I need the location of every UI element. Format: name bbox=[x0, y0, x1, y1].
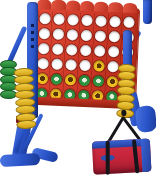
ring-stack-green-left bbox=[0, 61, 15, 99]
bag-strap-knot bbox=[121, 110, 126, 116]
empty-hole bbox=[65, 27, 80, 43]
board-scallop bbox=[51, 0, 66, 10]
empty-hole bbox=[79, 28, 94, 44]
empty-hole bbox=[107, 29, 122, 45]
empty-hole bbox=[65, 12, 80, 28]
empty-hole bbox=[93, 13, 108, 29]
green-disc bbox=[49, 71, 64, 87]
empty-hole bbox=[77, 58, 92, 74]
empty-hole bbox=[92, 43, 107, 59]
empty-hole bbox=[121, 15, 136, 31]
empty-hole bbox=[50, 41, 65, 57]
bag-end-cap bbox=[141, 139, 152, 172]
ring-stack-yellow-left bbox=[13, 69, 34, 130]
bag-front-strap-left bbox=[106, 141, 110, 175]
empty-hole bbox=[78, 43, 93, 59]
empty-hole bbox=[51, 26, 66, 42]
frame-foot-left bbox=[0, 153, 40, 167]
empty-hole bbox=[106, 44, 121, 60]
empty-hole bbox=[37, 26, 52, 42]
board-scallop bbox=[37, 0, 52, 9]
empty-hole bbox=[64, 42, 79, 58]
yellow-spare-ring bbox=[16, 119, 36, 129]
empty-hole bbox=[37, 11, 52, 27]
yellow-disc bbox=[91, 58, 106, 74]
frame-back-post-right bbox=[143, 0, 152, 24]
product-photo-scene bbox=[0, 0, 156, 180]
board-scallop bbox=[108, 2, 123, 13]
board-scallop bbox=[66, 0, 81, 11]
yellow-disc bbox=[63, 72, 78, 88]
empty-hole bbox=[93, 28, 108, 44]
empty-hole bbox=[79, 13, 94, 29]
green-disc bbox=[77, 73, 92, 89]
bag-body bbox=[92, 139, 152, 175]
board-scallop bbox=[123, 3, 138, 14]
board-scallop bbox=[80, 1, 95, 12]
empty-hole bbox=[63, 57, 78, 73]
empty-hole bbox=[36, 41, 51, 57]
post-slots bbox=[31, 24, 34, 52]
empty-hole bbox=[107, 14, 122, 30]
carry-bag bbox=[90, 108, 156, 179]
empty-hole bbox=[49, 56, 64, 72]
green-disc bbox=[91, 73, 106, 89]
board-scallop bbox=[94, 1, 109, 12]
empty-hole bbox=[51, 11, 66, 27]
